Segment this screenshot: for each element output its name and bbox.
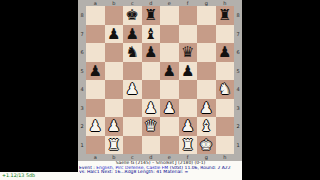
piece-black-queen: ♛: [179, 43, 198, 62]
square-h4[interactable]: ♞: [216, 80, 235, 99]
square-d4[interactable]: [142, 80, 161, 99]
square-d6[interactable]: ♟: [142, 43, 161, 62]
file-labels-bottom: abcdefgh: [78, 154, 242, 161]
square-a8[interactable]: [86, 6, 105, 25]
square-b5[interactable]: [105, 62, 124, 81]
piece-white-pawn: ♟: [179, 117, 198, 136]
coord-label-6: 6: [234, 43, 242, 62]
event-opening-link[interactable]: English, Pirc Defense, Castle FM: [96, 166, 168, 170]
square-f2[interactable]: ♟: [179, 117, 198, 136]
coord-label-2: 2: [234, 117, 242, 136]
square-h1[interactable]: [216, 136, 235, 155]
piece-white-pawn: ♟: [123, 80, 142, 99]
coord-label-b: b: [105, 154, 124, 161]
coord-label-7: 7: [78, 25, 86, 44]
coord-label-5: 5: [234, 62, 242, 81]
coord-label-1: 1: [234, 136, 242, 155]
square-c1[interactable]: [123, 136, 142, 155]
square-b7[interactable]: ♟: [105, 25, 124, 44]
square-a5[interactable]: ♟: [86, 62, 105, 81]
coord-label-6: 6: [78, 43, 86, 62]
coord-label-g: g: [197, 154, 216, 161]
square-d7[interactable]: ♝: [142, 25, 161, 44]
piece-black-bishop: ♝: [142, 25, 161, 44]
event-label: Event :: [79, 166, 95, 170]
piece-black-king: ♚: [123, 6, 142, 25]
piece-white-pawn: ♟: [160, 99, 179, 118]
piece-white-pawn: ♟: [86, 117, 105, 136]
coord-label-5: 5: [78, 62, 86, 81]
square-a3[interactable]: [86, 99, 105, 118]
square-g4[interactable]: [197, 80, 216, 99]
square-b6[interactable]: [105, 43, 124, 62]
square-g1[interactable]: ♚: [197, 136, 216, 155]
coord-label-8: 8: [78, 6, 86, 25]
detail-line: vs: Halc1 Next: 16...Rdg8 Length: 41 Mat…: [78, 170, 242, 175]
square-h2[interactable]: [216, 117, 235, 136]
square-b3[interactable]: [105, 99, 124, 118]
coord-label-a: a: [86, 154, 105, 161]
piece-black-pawn: ♟: [142, 43, 161, 62]
coord-label-e: e: [160, 154, 179, 161]
square-e8[interactable]: [160, 6, 179, 25]
engine-eval: +1.12/13 5db: [0, 172, 80, 180]
square-c8[interactable]: ♚: [123, 6, 142, 25]
coord-label-d: d: [142, 154, 161, 161]
piece-white-rook: ♜: [179, 136, 198, 155]
corner-spacer: [78, 154, 86, 161]
square-c3[interactable]: [123, 99, 142, 118]
square-d2[interactable]: ♛: [142, 117, 161, 136]
square-h8[interactable]: ♜: [216, 6, 235, 25]
square-g2[interactable]: ♝: [197, 117, 216, 136]
coord-label-c: c: [123, 154, 142, 161]
square-g5[interactable]: [197, 62, 216, 81]
piece-white-king: ♚: [197, 136, 216, 155]
square-e5[interactable]: ♟: [160, 62, 179, 81]
square-g6[interactable]: [197, 43, 216, 62]
square-h3[interactable]: [216, 99, 235, 118]
piece-black-pawn: ♟: [179, 62, 198, 81]
piece-black-pawn: ♟: [216, 43, 235, 62]
rank-labels-right: 87654321: [234, 6, 242, 154]
square-f6[interactable]: ♛: [179, 43, 198, 62]
coord-label-3: 3: [234, 99, 242, 118]
square-c4[interactable]: ♟: [123, 80, 142, 99]
square-e6[interactable]: [160, 43, 179, 62]
board-frame: abcdefgh 87654321 ♚♜♜♟♟♝♞♟♛♟♟♟♟♟♞♟♟♟♟♟♛♟…: [78, 0, 242, 161]
square-d3[interactable]: ♟: [142, 99, 161, 118]
square-d1[interactable]: [142, 136, 161, 155]
piece-black-rook: ♜: [216, 6, 235, 25]
square-e7[interactable]: [160, 25, 179, 44]
square-f1[interactable]: ♜: [179, 136, 198, 155]
square-f7[interactable]: [179, 25, 198, 44]
piece-white-pawn: ♟: [142, 99, 161, 118]
square-h6[interactable]: ♟: [216, 43, 235, 62]
rank-labels-left: 87654321: [78, 6, 86, 154]
square-g7[interactable]: [197, 25, 216, 44]
square-e4[interactable]: [160, 80, 179, 99]
chess-board: ♚♜♜♟♟♝♞♟♛♟♟♟♟♟♞♟♟♟♟♟♛♟♝♜♜♚: [86, 6, 234, 154]
piece-black-knight: ♞: [123, 43, 142, 62]
square-c6[interactable]: ♞: [123, 43, 142, 62]
piece-black-pawn: ♟: [105, 25, 124, 44]
corner-spacer: [234, 154, 242, 161]
square-b1[interactable]: ♜: [105, 136, 124, 155]
coord-label-1: 1: [78, 136, 86, 155]
square-f3[interactable]: [179, 99, 198, 118]
square-f4[interactable]: [179, 80, 198, 99]
square-a7[interactable]: [86, 25, 105, 44]
coord-label-7: 7: [234, 25, 242, 44]
piece-black-pawn: ♟: [160, 62, 179, 81]
caption-panel: Saelle G (2145) – Smolket J (2180) (0-1)…: [78, 161, 242, 180]
square-g3[interactable]: ♟: [197, 99, 216, 118]
square-h5[interactable]: [216, 62, 235, 81]
square-f5[interactable]: ♟: [179, 62, 198, 81]
square-c2[interactable]: [123, 117, 142, 136]
piece-white-pawn: ♟: [105, 117, 124, 136]
piece-black-rook: ♜: [142, 6, 161, 25]
coord-label-2: 2: [78, 117, 86, 136]
square-d5[interactable]: [142, 62, 161, 81]
coord-label-f: f: [179, 154, 198, 161]
square-a1[interactable]: [86, 136, 105, 155]
square-a6[interactable]: [86, 43, 105, 62]
square-h7[interactable]: [216, 25, 235, 44]
square-e3[interactable]: ♟: [160, 99, 179, 118]
square-d8[interactable]: ♜: [142, 6, 161, 25]
square-a2[interactable]: ♟: [86, 117, 105, 136]
square-c7[interactable]: ♟: [123, 25, 142, 44]
coord-label-3: 3: [78, 99, 86, 118]
square-g8[interactable]: [197, 6, 216, 25]
coord-label-h: h: [216, 154, 235, 161]
piece-white-bishop: ♝: [197, 117, 216, 136]
piece-white-pawn: ♟: [197, 99, 216, 118]
square-b4[interactable]: [105, 80, 124, 99]
square-c5[interactable]: [123, 62, 142, 81]
piece-white-rook: ♜: [105, 136, 124, 155]
square-a4[interactable]: [86, 80, 105, 99]
square-b8[interactable]: [105, 6, 124, 25]
coord-label-8: 8: [234, 6, 242, 25]
square-e1[interactable]: [160, 136, 179, 155]
event-tail: (StGt) 11.06, Round: 2 A22: [170, 166, 231, 170]
piece-white-knight: ♞: [216, 80, 235, 99]
coord-label-4: 4: [78, 80, 86, 99]
coord-label-4: 4: [234, 80, 242, 99]
piece-black-pawn: ♟: [123, 25, 142, 44]
piece-white-queen: ♛: [142, 117, 161, 136]
square-f8[interactable]: [179, 6, 198, 25]
square-e2[interactable]: [160, 117, 179, 136]
piece-black-pawn: ♟: [86, 62, 105, 81]
square-b2[interactable]: ♟: [105, 117, 124, 136]
